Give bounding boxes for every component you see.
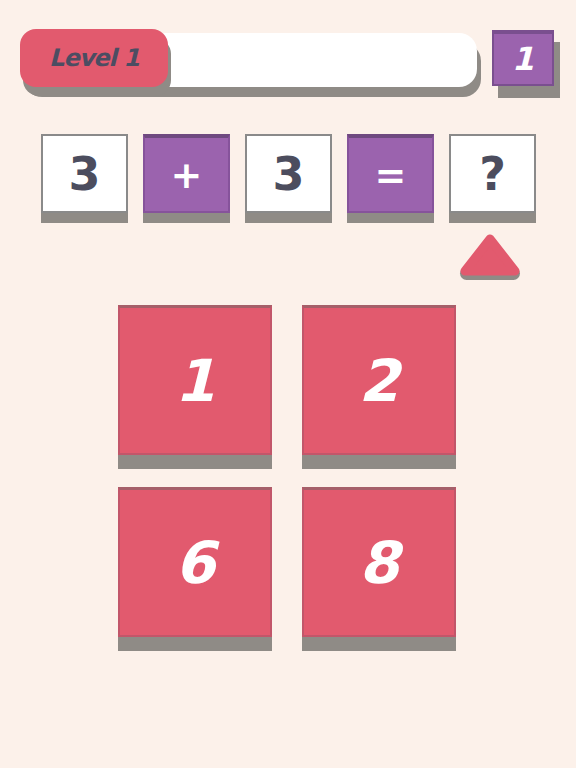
- answer-grid: 1 2 6 8: [118, 305, 456, 637]
- score-indicator: 1: [492, 30, 554, 86]
- answer-option-2-label: 2: [359, 347, 399, 415]
- plus-icon: +: [171, 153, 203, 197]
- level-badge: Level 1: [20, 29, 168, 87]
- equation-unknown-tile: ?: [449, 134, 536, 213]
- answer-option-6-label: 6: [175, 529, 215, 597]
- equation-row: 3 + 3 = ?: [41, 134, 536, 213]
- answer-option-8[interactable]: 8: [302, 487, 456, 637]
- equation-equals-tile: =: [347, 134, 434, 213]
- answer-option-1[interactable]: 1: [118, 305, 272, 455]
- equation-operator-tile: +: [143, 134, 230, 213]
- score-value: 1: [512, 40, 534, 78]
- answer-option-1-label: 1: [175, 347, 215, 415]
- answer-option-6[interactable]: 6: [118, 487, 272, 637]
- equation-operand-2-tile: 3: [245, 134, 332, 213]
- level-label: Level 1: [49, 44, 139, 72]
- answer-option-8-label: 8: [359, 529, 399, 597]
- answer-option-2[interactable]: 2: [302, 305, 456, 455]
- operand-1-value: 3: [68, 147, 100, 201]
- question-mark: ?: [479, 147, 506, 201]
- game-screen: Level 1 1 3 + 3 = ? 1 2: [0, 0, 576, 768]
- equals-icon: =: [375, 153, 407, 197]
- equation-operand-1-tile: 3: [41, 134, 128, 213]
- operand-2-value: 3: [272, 147, 304, 201]
- answer-pointer: [458, 230, 522, 284]
- triangle-up-icon: [458, 230, 522, 280]
